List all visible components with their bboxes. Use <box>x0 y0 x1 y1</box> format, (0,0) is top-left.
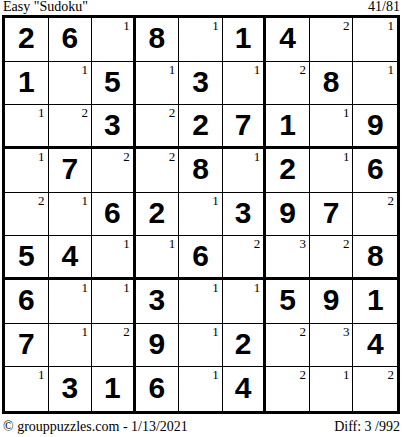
cell-r3c9[interactable]: 9 <box>353 105 397 149</box>
cell-r5c4[interactable]: 2 <box>136 193 180 237</box>
cell-r2c9[interactable]: 1 <box>353 62 397 106</box>
cell-r9c4[interactable]: 6 <box>136 367 180 411</box>
pencil-mark: 3 <box>343 324 350 339</box>
pencil-mark: 2 <box>299 324 306 339</box>
pencil-mark: 1 <box>212 18 219 33</box>
cell-r3c5[interactable]: 2 <box>179 105 223 149</box>
cell-r4c4[interactable]: 2 <box>136 149 180 193</box>
cell-r2c6[interactable]: 1 <box>223 62 267 106</box>
puzzle-title: Easy "Sudoku" <box>3 0 88 14</box>
cell-r6c3[interactable]: 1 <box>92 236 136 280</box>
header-bar: Easy "Sudoku" 41/81 <box>3 0 400 14</box>
given-digit: 2 <box>192 110 209 142</box>
pencil-mark: 1 <box>254 149 261 164</box>
given-digit: 7 <box>235 110 252 142</box>
cell-r3c4[interactable]: 2 <box>136 105 180 149</box>
cell-r2c3[interactable]: 5 <box>92 62 136 106</box>
cell-r6c1[interactable]: 5 <box>5 236 49 280</box>
cell-r6c8[interactable]: 2 <box>310 236 354 280</box>
cell-r2c1[interactable]: 1 <box>5 62 49 106</box>
given-digit: 4 <box>235 373 252 405</box>
given-digit: 1 <box>367 285 384 317</box>
given-digit: 6 <box>61 23 78 55</box>
cell-r3c6[interactable]: 7 <box>223 105 267 149</box>
cell-r2c2[interactable]: 1 <box>49 62 93 106</box>
cell-r5c6[interactable]: 3 <box>223 193 267 237</box>
pencil-mark: 1 <box>82 62 89 77</box>
given-digit: 7 <box>323 198 340 230</box>
pencil-mark: 2 <box>123 324 130 339</box>
pencil-mark: 1 <box>38 149 45 164</box>
given-digit: 4 <box>367 329 384 361</box>
cell-r2c5[interactable]: 3 <box>179 62 223 106</box>
pencil-mark: 2 <box>38 193 45 208</box>
cell-r3c2[interactable]: 2 <box>49 105 93 149</box>
pencil-mark: 1 <box>82 193 89 208</box>
cell-r4c8[interactable]: 1 <box>310 149 354 193</box>
cell-r9c2[interactable]: 3 <box>49 367 93 411</box>
given-digit: 6 <box>192 241 209 273</box>
cell-r2c7[interactable]: 2 <box>266 62 310 106</box>
cell-r3c1[interactable]: 1 <box>5 105 49 149</box>
given-digit: 5 <box>18 241 35 273</box>
given-digit: 1 <box>104 373 121 405</box>
pencil-mark: 3 <box>299 236 306 251</box>
cell-r8c6[interactable]: 2 <box>223 324 267 368</box>
cell-r6c6[interactable]: 2 <box>223 236 267 280</box>
cell-r2c8[interactable]: 8 <box>310 62 354 106</box>
cell-r5c9[interactable]: 2 <box>353 193 397 237</box>
cell-r7c5[interactable]: 1 <box>179 280 223 324</box>
pencil-mark: 1 <box>169 62 176 77</box>
cell-r6c5[interactable]: 6 <box>179 236 223 280</box>
given-digit: 7 <box>61 154 78 186</box>
cell-r5c7[interactable]: 9 <box>266 193 310 237</box>
pencil-mark: 1 <box>212 193 219 208</box>
given-digit: 4 <box>279 23 296 55</box>
cell-r8c1[interactable]: 7 <box>5 324 49 368</box>
pencil-mark: 1 <box>123 18 130 33</box>
cell-r9c1[interactable]: 1 <box>5 367 49 411</box>
given-digit: 8 <box>149 23 166 55</box>
given-digit: 1 <box>279 110 296 142</box>
cell-r9c9[interactable]: 2 <box>353 367 397 411</box>
pencil-mark: 1 <box>38 367 45 382</box>
given-digit: 3 <box>235 198 252 230</box>
given-digit: 4 <box>61 241 78 273</box>
cell-r6c2[interactable]: 4 <box>49 236 93 280</box>
pencil-mark: 1 <box>343 105 350 120</box>
given-digit: 5 <box>279 285 296 317</box>
given-digit: 1 <box>18 67 35 99</box>
cell-r7c2[interactable]: 1 <box>49 280 93 324</box>
pencil-mark: 2 <box>123 149 130 164</box>
cell-r2c4[interactable]: 1 <box>136 62 180 106</box>
cell-r8c9[interactable]: 4 <box>353 324 397 368</box>
given-digit: 3 <box>149 285 166 317</box>
given-digit: 9 <box>367 110 384 142</box>
given-digit: 6 <box>367 154 384 186</box>
pencil-mark: 2 <box>299 62 306 77</box>
given-digit: 3 <box>192 67 209 99</box>
cell-r1c4[interactable]: 8 <box>136 18 180 62</box>
pencil-mark: 2 <box>343 236 350 251</box>
cell-r8c7[interactable]: 2 <box>266 324 310 368</box>
cell-r1c5[interactable]: 1 <box>179 18 223 62</box>
pencil-mark: 1 <box>254 62 261 77</box>
cell-r5c5[interactable]: 1 <box>179 193 223 237</box>
cell-r3c8[interactable]: 1 <box>310 105 354 149</box>
pencil-mark: 1 <box>123 280 130 295</box>
pencil-mark: 1 <box>343 367 350 382</box>
cell-r5c2[interactable]: 1 <box>49 193 93 237</box>
cell-r6c4[interactable]: 1 <box>136 236 180 280</box>
cell-r1c8[interactable]: 2 <box>310 18 354 62</box>
cell-r7c6[interactable]: 1 <box>223 280 267 324</box>
given-digit: 2 <box>279 154 296 186</box>
footer-bar: © grouppuzzles.com - 1/13/2021 Diff: 3 /… <box>3 419 400 434</box>
cell-r9c3[interactable]: 1 <box>92 367 136 411</box>
pencil-mark: 1 <box>38 105 45 120</box>
pencil-mark: 1 <box>82 324 89 339</box>
cell-r9c8[interactable]: 1 <box>310 367 354 411</box>
cell-r1c1[interactable]: 2 <box>5 18 49 62</box>
given-digit: 6 <box>149 373 166 405</box>
pencil-mark: 1 <box>82 280 89 295</box>
given-digit: 6 <box>104 198 121 230</box>
pencil-mark: 1 <box>123 236 130 251</box>
pencil-mark: 2 <box>254 236 261 251</box>
pencil-mark: 2 <box>169 149 176 164</box>
pencil-mark: 2 <box>343 18 350 33</box>
cell-r9c7[interactable]: 2 <box>266 367 310 411</box>
cell-r4c7[interactable]: 2 <box>266 149 310 193</box>
given-digit: 8 <box>323 67 340 99</box>
pencil-mark: 1 <box>169 236 176 251</box>
progress-counter: 41/81 <box>368 0 400 14</box>
cell-r7c7[interactable]: 5 <box>266 280 310 324</box>
given-digit: 3 <box>104 110 121 142</box>
cell-r6c7[interactable]: 3 <box>266 236 310 280</box>
cell-r3c3[interactable]: 3 <box>92 105 136 149</box>
cell-r8c2[interactable]: 1 <box>49 324 93 368</box>
cell-r4c1[interactable]: 1 <box>5 149 49 193</box>
pencil-mark: 2 <box>82 105 89 120</box>
cell-r7c1[interactable]: 6 <box>5 280 49 324</box>
given-digit: 6 <box>18 285 35 317</box>
sudoku-grid: 2618114211151312811232271191722812162162… <box>2 15 400 414</box>
pencil-mark: 2 <box>388 367 395 382</box>
given-digit: 8 <box>192 154 209 186</box>
cell-r9c5[interactable]: 1 <box>179 367 223 411</box>
given-digit: 5 <box>104 67 121 99</box>
cell-r1c9[interactable]: 1 <box>353 18 397 62</box>
cell-r1c3[interactable]: 1 <box>92 18 136 62</box>
cell-r8c4[interactable]: 9 <box>136 324 180 368</box>
cell-r4c3[interactable]: 2 <box>92 149 136 193</box>
given-digit: 2 <box>235 329 252 361</box>
cell-r3c7[interactable]: 1 <box>266 105 310 149</box>
pencil-mark: 1 <box>343 149 350 164</box>
cell-r1c2[interactable]: 6 <box>49 18 93 62</box>
given-digit: 2 <box>149 198 166 230</box>
given-digit: 2 <box>18 23 35 55</box>
given-digit: 8 <box>367 241 384 273</box>
pencil-mark: 1 <box>212 280 219 295</box>
cell-r8c8[interactable]: 3 <box>310 324 354 368</box>
copyright-text: © grouppuzzles.com - 1/13/2021 <box>3 419 188 434</box>
cell-r4c5[interactable]: 8 <box>179 149 223 193</box>
cell-r4c9[interactable]: 6 <box>353 149 397 193</box>
pencil-mark: 2 <box>299 367 306 382</box>
pencil-mark: 2 <box>169 105 176 120</box>
sudoku-page: Easy "Sudoku" 41/81 26181142111513128112… <box>0 0 402 437</box>
cell-r8c3[interactable]: 2 <box>92 324 136 368</box>
given-digit: 7 <box>18 329 35 361</box>
difficulty-text: Diff: 3 /992 <box>334 419 400 434</box>
cell-r7c8[interactable]: 9 <box>310 280 354 324</box>
given-digit: 9 <box>149 329 166 361</box>
cell-r5c3[interactable]: 6 <box>92 193 136 237</box>
pencil-mark: 1 <box>254 280 261 295</box>
cell-r5c8[interactable]: 7 <box>310 193 354 237</box>
cell-r5c1[interactable]: 2 <box>5 193 49 237</box>
given-digit: 3 <box>61 373 78 405</box>
pencil-mark: 1 <box>388 18 395 33</box>
cell-r7c9[interactable]: 1 <box>353 280 397 324</box>
pencil-mark: 1 <box>212 324 219 339</box>
given-digit: 9 <box>323 285 340 317</box>
cell-r6c9[interactable]: 8 <box>353 236 397 280</box>
cell-r4c2[interactable]: 7 <box>49 149 93 193</box>
pencil-mark: 1 <box>212 367 219 382</box>
cell-r7c3[interactable]: 1 <box>92 280 136 324</box>
cell-r9c6[interactable]: 4 <box>223 367 267 411</box>
cell-r1c7[interactable]: 4 <box>266 18 310 62</box>
cell-r1c6[interactable]: 1 <box>223 18 267 62</box>
given-digit: 9 <box>279 198 296 230</box>
given-digit: 1 <box>235 23 252 55</box>
cell-r7c4[interactable]: 3 <box>136 280 180 324</box>
pencil-mark: 1 <box>388 62 395 77</box>
cell-r4c6[interactable]: 1 <box>223 149 267 193</box>
cell-r8c5[interactable]: 1 <box>179 324 223 368</box>
pencil-mark: 2 <box>388 193 395 208</box>
